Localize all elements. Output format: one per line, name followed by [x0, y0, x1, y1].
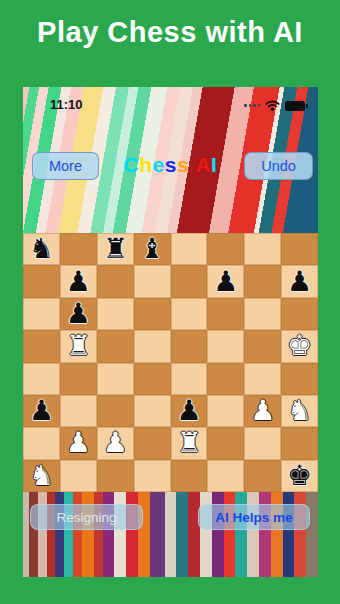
square-b2[interactable]: ♟: [60, 427, 97, 459]
square-h6[interactable]: [281, 298, 318, 330]
white-pawn-piece[interactable]: ♟: [250, 397, 275, 425]
square-e7[interactable]: [171, 265, 208, 297]
square-d1[interactable]: [134, 460, 171, 492]
square-h8[interactable]: [281, 233, 318, 265]
black-pawn-piece[interactable]: ♟: [29, 397, 54, 425]
square-a7[interactable]: [23, 265, 60, 297]
square-h3[interactable]: ♞: [281, 395, 318, 427]
square-g1[interactable]: [244, 460, 281, 492]
square-b7[interactable]: ♟: [60, 265, 97, 297]
ribbon-wallpaper: Resigning AI Helps me: [23, 492, 318, 577]
undo-button[interactable]: Undo: [244, 152, 313, 180]
square-f3[interactable]: [207, 395, 244, 427]
title-letter: s: [177, 153, 189, 176]
square-d6[interactable]: [134, 298, 171, 330]
white-king-piece[interactable]: ♚: [287, 332, 312, 360]
square-f1[interactable]: [207, 460, 244, 492]
black-pawn-piece[interactable]: ♟: [66, 300, 91, 328]
square-a4[interactable]: [23, 363, 60, 395]
square-c2[interactable]: ♟: [97, 427, 134, 459]
square-e6[interactable]: [171, 298, 208, 330]
white-pawn-piece[interactable]: ♟: [103, 429, 128, 457]
square-f2[interactable]: [207, 427, 244, 459]
status-time: 11:10: [50, 97, 83, 112]
white-rook-piece[interactable]: ♜: [176, 429, 201, 457]
page-title: Play Chess with AI: [0, 16, 340, 49]
square-e4[interactable]: [171, 363, 208, 395]
square-g3[interactable]: ♟: [244, 395, 281, 427]
striped-wallpaper: 11:10 More Chess AI Undo: [23, 87, 318, 233]
square-b3[interactable]: [60, 395, 97, 427]
white-knight-piece[interactable]: ♞: [29, 462, 54, 490]
square-c1[interactable]: [97, 460, 134, 492]
square-d5[interactable]: [134, 330, 171, 362]
square-e2[interactable]: ♜: [171, 427, 208, 459]
black-king-piece[interactable]: ♚: [287, 462, 312, 490]
cellular-signal-icon: [244, 104, 260, 107]
white-pawn-piece[interactable]: ♟: [66, 429, 91, 457]
square-a8[interactable]: ♞: [23, 233, 60, 265]
title-letter: C: [124, 153, 140, 176]
status-icons: [244, 100, 305, 111]
title-letter: h: [139, 153, 152, 176]
title-letter: A: [195, 153, 211, 176]
square-e8[interactable]: [171, 233, 208, 265]
nav-row: More Chess AI Undo: [23, 152, 318, 180]
square-h1[interactable]: ♚: [281, 460, 318, 492]
battery-icon: [285, 101, 305, 111]
square-a2[interactable]: [23, 427, 60, 459]
square-f7[interactable]: ♟: [207, 265, 244, 297]
title-letter: s: [165, 153, 177, 176]
square-d4[interactable]: [134, 363, 171, 395]
status-bar: 11:10: [23, 91, 318, 109]
square-f5[interactable]: [207, 330, 244, 362]
black-bishop-piece[interactable]: ♝: [140, 235, 165, 263]
square-e3[interactable]: ♟: [171, 395, 208, 427]
black-pawn-piece[interactable]: ♟: [66, 268, 91, 296]
square-g8[interactable]: [244, 233, 281, 265]
square-b4[interactable]: [60, 363, 97, 395]
title-letter: I: [211, 153, 217, 176]
black-rook-piece[interactable]: ♜: [103, 235, 128, 263]
square-g7[interactable]: [244, 265, 281, 297]
square-b5[interactable]: ♜: [60, 330, 97, 362]
title-letter: e: [153, 153, 165, 176]
square-h2[interactable]: [281, 427, 318, 459]
square-g4[interactable]: [244, 363, 281, 395]
square-c4[interactable]: [97, 363, 134, 395]
square-d8[interactable]: ♝: [134, 233, 171, 265]
white-knight-piece[interactable]: ♞: [287, 397, 312, 425]
square-c7[interactable]: [97, 265, 134, 297]
wifi-icon: [265, 100, 280, 111]
square-h4[interactable]: [281, 363, 318, 395]
square-b8[interactable]: [60, 233, 97, 265]
square-c8[interactable]: ♜: [97, 233, 134, 265]
square-e5[interactable]: [171, 330, 208, 362]
square-a5[interactable]: [23, 330, 60, 362]
square-g6[interactable]: [244, 298, 281, 330]
square-d7[interactable]: [134, 265, 171, 297]
square-a3[interactable]: ♟: [23, 395, 60, 427]
square-b6[interactable]: ♟: [60, 298, 97, 330]
square-c6[interactable]: [97, 298, 134, 330]
black-pawn-piece[interactable]: ♟: [287, 268, 312, 296]
ai-helps-me-button[interactable]: AI Helps me: [198, 504, 310, 530]
chess-board: ♞♜♝♟♟♟♟♜♚♟♟♟♞♟♟♜♞♚: [23, 233, 318, 492]
white-rook-piece[interactable]: ♜: [66, 332, 91, 360]
square-d3[interactable]: [134, 395, 171, 427]
black-knight-piece[interactable]: ♞: [29, 235, 54, 263]
square-h7[interactable]: ♟: [281, 265, 318, 297]
black-pawn-piece[interactable]: ♟: [213, 268, 238, 296]
square-a1[interactable]: ♞: [23, 460, 60, 492]
square-f4[interactable]: [207, 363, 244, 395]
phone-screenshot: 11:10 More Chess AI Undo ♞♜♝♟♟♟♟♜♚♟♟♟♞♟♟…: [23, 87, 318, 577]
square-f6[interactable]: [207, 298, 244, 330]
square-a6[interactable]: [23, 298, 60, 330]
square-f8[interactable]: [207, 233, 244, 265]
square-g5[interactable]: [244, 330, 281, 362]
square-c5[interactable]: [97, 330, 134, 362]
square-b1[interactable]: [60, 460, 97, 492]
resign-button[interactable]: Resigning: [30, 504, 143, 530]
square-g2[interactable]: [244, 427, 281, 459]
square-e1[interactable]: [171, 460, 208, 492]
square-h5[interactable]: ♚: [281, 330, 318, 362]
square-d2[interactable]: [134, 427, 171, 459]
square-c3[interactable]: [97, 395, 134, 427]
black-pawn-piece[interactable]: ♟: [176, 397, 201, 425]
